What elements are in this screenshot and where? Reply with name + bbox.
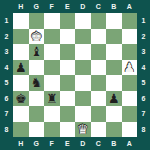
file-label-top-d: D — [75, 0, 91, 13]
file-label-bottom-a: A — [122, 137, 138, 150]
square-d7[interactable] — [75, 106, 91, 122]
file-label-bottom-h: H — [13, 137, 29, 150]
rank-label-left-8: 8 — [0, 122, 13, 138]
file-label-top-c: C — [91, 0, 107, 13]
rank-label-right-3: 3 — [137, 44, 150, 60]
square-e2[interactable] — [60, 29, 76, 45]
square-h2[interactable] — [13, 29, 29, 45]
square-f8[interactable] — [44, 122, 60, 138]
file-label-bottom-b: B — [106, 137, 122, 150]
file-label-top-a: A — [122, 0, 138, 13]
square-d5[interactable] — [75, 75, 91, 91]
square-h6[interactable]: ♚ — [13, 91, 29, 107]
square-f4[interactable] — [44, 60, 60, 76]
square-e8[interactable] — [60, 122, 76, 138]
square-h4[interactable]: ♟ — [13, 60, 29, 76]
square-c8[interactable] — [91, 122, 107, 138]
rank-label-left-3: 3 — [0, 44, 13, 60]
square-g8[interactable] — [29, 122, 45, 138]
square-b3[interactable] — [106, 44, 122, 60]
square-g2[interactable]: ♚ — [29, 29, 45, 45]
file-label-top-f: F — [44, 0, 60, 13]
file-label-top-h: H — [13, 0, 29, 13]
file-label-top-b: B — [106, 0, 122, 13]
square-h8[interactable] — [13, 122, 29, 138]
square-d4[interactable] — [75, 60, 91, 76]
square-c1[interactable] — [91, 13, 107, 29]
file-label-bottom-f: F — [44, 137, 60, 150]
file-label-bottom-d: D — [75, 137, 91, 150]
piece-black-knight: ♞ — [30, 76, 42, 89]
square-c6[interactable] — [91, 91, 107, 107]
rank-label-left-2: 2 — [0, 29, 13, 45]
square-a4[interactable]: ♟ — [122, 60, 138, 76]
square-d1[interactable] — [75, 13, 91, 29]
square-g6[interactable] — [29, 91, 45, 107]
piece-white-queen: ♛ — [77, 122, 89, 135]
board-corner — [0, 137, 13, 150]
square-f5[interactable] — [44, 75, 60, 91]
piece-black-bishop: ♝ — [30, 45, 42, 58]
square-b2[interactable] — [106, 29, 122, 45]
piece-white-king: ♚ — [30, 29, 42, 42]
piece-black-pawn: ♟ — [108, 91, 120, 104]
square-e6[interactable] — [60, 91, 76, 107]
rank-label-left-5: 5 — [0, 75, 13, 91]
square-e1[interactable] — [60, 13, 76, 29]
square-e4[interactable] — [60, 60, 76, 76]
square-b5[interactable] — [106, 75, 122, 91]
square-f2[interactable] — [44, 29, 60, 45]
square-f6[interactable]: ♜ — [44, 91, 60, 107]
square-c2[interactable] — [91, 29, 107, 45]
square-g3[interactable]: ♝ — [29, 44, 45, 60]
square-a3[interactable] — [122, 44, 138, 60]
square-b8[interactable] — [106, 122, 122, 138]
file-label-bottom-c: C — [91, 137, 107, 150]
square-b4[interactable] — [106, 60, 122, 76]
rank-label-left-1: 1 — [0, 13, 13, 29]
rank-label-right-1: 1 — [137, 13, 150, 29]
rank-label-left-7: 7 — [0, 106, 13, 122]
square-h7[interactable] — [13, 106, 29, 122]
square-a2[interactable] — [122, 29, 138, 45]
square-h1[interactable] — [13, 13, 29, 29]
board-corner — [0, 0, 13, 13]
square-a1[interactable] — [122, 13, 138, 29]
file-label-bottom-e: E — [60, 137, 76, 150]
square-c3[interactable] — [91, 44, 107, 60]
rank-label-right-4: 4 — [137, 60, 150, 76]
square-g1[interactable] — [29, 13, 45, 29]
chess-board-frame: HGFEDCBA112♚23♝34♟♟45♞56♚♜♟6778♛8HGFEDCB… — [0, 0, 150, 150]
square-a8[interactable] — [122, 122, 138, 138]
square-d2[interactable] — [75, 29, 91, 45]
rank-label-right-2: 2 — [137, 29, 150, 45]
square-f1[interactable] — [44, 13, 60, 29]
square-a5[interactable] — [122, 75, 138, 91]
square-h5[interactable] — [13, 75, 29, 91]
square-g7[interactable] — [29, 106, 45, 122]
square-b7[interactable] — [106, 106, 122, 122]
square-a6[interactable] — [122, 91, 138, 107]
square-a7[interactable] — [122, 106, 138, 122]
square-b1[interactable] — [106, 13, 122, 29]
board-corner — [137, 137, 150, 150]
square-e5[interactable] — [60, 75, 76, 91]
file-label-bottom-g: G — [29, 137, 45, 150]
rank-label-right-6: 6 — [137, 91, 150, 107]
piece-black-pawn: ♟ — [15, 60, 27, 73]
square-d8[interactable]: ♛ — [75, 122, 91, 138]
piece-black-king: ♚ — [15, 91, 27, 104]
square-h3[interactable] — [13, 44, 29, 60]
piece-white-pawn: ♟ — [123, 60, 135, 73]
file-label-top-e: E — [60, 0, 76, 13]
square-e7[interactable] — [60, 106, 76, 122]
square-f7[interactable] — [44, 106, 60, 122]
square-g4[interactable] — [29, 60, 45, 76]
square-f3[interactable] — [44, 44, 60, 60]
square-e3[interactable] — [60, 44, 76, 60]
square-c5[interactable] — [91, 75, 107, 91]
square-g5[interactable]: ♞ — [29, 75, 45, 91]
piece-black-rook: ♜ — [46, 91, 58, 104]
rank-label-left-4: 4 — [0, 60, 13, 76]
board-corner — [137, 0, 150, 13]
square-c4[interactable] — [91, 60, 107, 76]
file-label-top-g: G — [29, 0, 45, 13]
rank-label-right-7: 7 — [137, 106, 150, 122]
square-b6[interactable]: ♟ — [106, 91, 122, 107]
square-c7[interactable] — [91, 106, 107, 122]
rank-label-right-8: 8 — [137, 122, 150, 138]
rank-label-right-5: 5 — [137, 75, 150, 91]
square-d6[interactable] — [75, 91, 91, 107]
square-d3[interactable] — [75, 44, 91, 60]
rank-label-left-6: 6 — [0, 91, 13, 107]
